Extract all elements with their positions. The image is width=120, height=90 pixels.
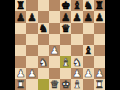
chess-board-screenshot: ♜♚♝♞♜♟♟♟♟♟♟♞♛♟♝♞♝♞♟♟♟♟♟♜♛♚♝♜ <box>0 0 120 90</box>
white-rook-a1[interactable]: ♜ <box>16 79 25 89</box>
square-a4[interactable] <box>15 45 26 56</box>
black-rook-a8[interactable]: ♜ <box>16 0 25 10</box>
white-pawn-d4[interactable]: ♟ <box>50 45 59 55</box>
square-b7[interactable]: ♟ <box>26 11 37 22</box>
white-rook-h1[interactable]: ♜ <box>95 79 104 89</box>
square-g4[interactable]: ♝ <box>83 45 94 56</box>
white-bishop-e3[interactable]: ♝ <box>61 56 70 66</box>
white-pawn-b2[interactable]: ♟ <box>27 68 36 78</box>
black-pawn-b7[interactable]: ♟ <box>27 11 36 21</box>
square-d8[interactable] <box>49 0 60 11</box>
black-pawn-g7[interactable]: ♟ <box>83 11 92 21</box>
white-knight-f3[interactable]: ♞ <box>72 56 81 66</box>
square-b4[interactable] <box>26 45 37 56</box>
black-queen-e6[interactable]: ♛ <box>61 23 70 33</box>
square-g1[interactable] <box>83 79 94 90</box>
square-d6[interactable] <box>49 23 60 34</box>
square-b1[interactable] <box>26 79 37 90</box>
black-king-e8[interactable]: ♚ <box>61 0 70 10</box>
square-b3[interactable] <box>26 56 37 67</box>
square-h8[interactable]: ♜ <box>94 0 105 11</box>
white-pawn-g2[interactable]: ♟ <box>83 68 92 78</box>
square-d1[interactable]: ♛ <box>49 79 60 90</box>
square-h6[interactable] <box>94 23 105 34</box>
square-h3[interactable] <box>94 56 105 67</box>
square-h5[interactable] <box>94 34 105 45</box>
square-c8[interactable] <box>38 0 49 11</box>
square-b8[interactable] <box>26 0 37 11</box>
square-f7[interactable]: ♟ <box>71 11 82 22</box>
square-e8[interactable]: ♚ <box>60 0 71 11</box>
square-d7[interactable] <box>49 11 60 22</box>
square-a1[interactable]: ♜ <box>15 79 26 90</box>
square-g7[interactable]: ♟ <box>83 11 94 22</box>
square-g6[interactable] <box>83 23 94 34</box>
white-queen-d1[interactable]: ♛ <box>50 79 59 89</box>
square-g5[interactable] <box>83 34 94 45</box>
square-b5[interactable] <box>26 34 37 45</box>
square-e1[interactable]: ♚ <box>60 79 71 90</box>
square-g8[interactable]: ♞ <box>83 0 94 11</box>
square-h1[interactable]: ♜ <box>94 79 105 90</box>
square-d2[interactable] <box>49 68 60 79</box>
white-bishop-f1[interactable]: ♝ <box>72 79 81 89</box>
right-letterbox-bar <box>105 0 120 90</box>
black-knight-g8[interactable]: ♞ <box>83 0 92 10</box>
square-c1[interactable] <box>38 79 49 90</box>
white-king-e1[interactable]: ♚ <box>61 79 70 89</box>
black-pawn-h7[interactable]: ♟ <box>95 11 104 21</box>
square-e6[interactable]: ♛ <box>60 23 71 34</box>
square-h4[interactable] <box>94 45 105 56</box>
square-e4[interactable] <box>60 45 71 56</box>
square-h7[interactable]: ♟ <box>94 11 105 22</box>
square-g3[interactable] <box>83 56 94 67</box>
square-c6[interactable]: ♞ <box>38 23 49 34</box>
square-e2[interactable] <box>60 68 71 79</box>
square-f8[interactable]: ♝ <box>71 0 82 11</box>
black-pawn-e7[interactable]: ♟ <box>61 11 70 21</box>
square-f3[interactable]: ♞ <box>71 56 82 67</box>
square-a6[interactable] <box>15 23 26 34</box>
square-b2[interactable]: ♟ <box>26 68 37 79</box>
square-f1[interactable]: ♝ <box>71 79 82 90</box>
square-f6[interactable] <box>71 23 82 34</box>
square-c5[interactable] <box>38 34 49 45</box>
black-bishop-f8[interactable]: ♝ <box>72 0 81 10</box>
chess-board: ♜♚♝♞♜♟♟♟♟♟♟♞♛♟♝♞♝♞♟♟♟♟♟♜♛♚♝♜ <box>15 0 105 90</box>
square-a8[interactable]: ♜ <box>15 0 26 11</box>
black-pawn-f7[interactable]: ♟ <box>72 11 81 21</box>
white-knight-c3[interactable]: ♞ <box>38 56 47 66</box>
square-a7[interactable]: ♟ <box>15 11 26 22</box>
white-pawn-h2[interactable]: ♟ <box>95 68 104 78</box>
square-a2[interactable]: ♟ <box>15 68 26 79</box>
square-g2[interactable]: ♟ <box>83 68 94 79</box>
square-c3[interactable]: ♞ <box>38 56 49 67</box>
square-e7[interactable]: ♟ <box>60 11 71 22</box>
square-c2[interactable] <box>38 68 49 79</box>
square-d4[interactable]: ♟ <box>49 45 60 56</box>
black-pawn-a7[interactable]: ♟ <box>16 11 25 21</box>
black-bishop-g4[interactable]: ♝ <box>83 45 92 55</box>
square-b6[interactable] <box>26 23 37 34</box>
square-h2[interactable]: ♟ <box>94 68 105 79</box>
black-rook-h8[interactable]: ♜ <box>95 0 104 10</box>
white-pawn-f2[interactable]: ♟ <box>72 68 81 78</box>
square-e3[interactable]: ♝ <box>60 56 71 67</box>
square-c7[interactable] <box>38 11 49 22</box>
square-f5[interactable] <box>71 34 82 45</box>
black-knight-c6[interactable]: ♞ <box>38 23 47 33</box>
white-pawn-a2[interactable]: ♟ <box>16 68 25 78</box>
square-e5[interactable] <box>60 34 71 45</box>
square-d3[interactable] <box>49 56 60 67</box>
square-c4[interactable] <box>38 45 49 56</box>
square-f2[interactable]: ♟ <box>71 68 82 79</box>
square-a3[interactable] <box>15 56 26 67</box>
left-letterbox-bar <box>0 0 15 90</box>
square-a5[interactable] <box>15 34 26 45</box>
square-f4[interactable] <box>71 45 82 56</box>
square-d5[interactable] <box>49 34 60 45</box>
